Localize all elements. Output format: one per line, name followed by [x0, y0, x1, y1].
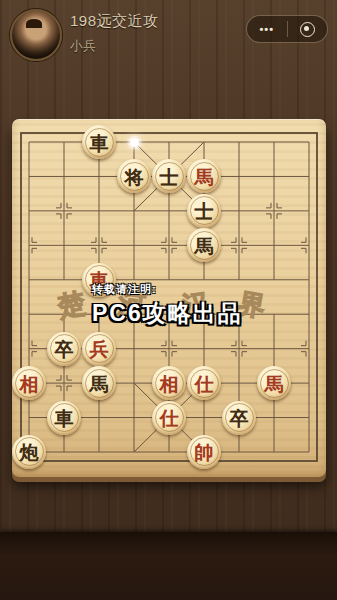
piece-char: 車 [55, 409, 74, 428]
title-block: 198远交近攻 小兵 [70, 12, 159, 55]
piece-char: 炮 [20, 443, 39, 462]
xiangqi-piece-black-将[interactable]: 将 [117, 159, 151, 193]
piece-char: 士 [160, 167, 179, 186]
last-move-marker [130, 138, 139, 147]
piece-char: 馬 [195, 236, 214, 255]
xiangqi-piece-black-車[interactable]: 車 [47, 401, 81, 435]
player-name: 小兵 [70, 37, 159, 55]
xiangqi-piece-black-士[interactable]: 士 [152, 159, 186, 193]
circle-dot-icon [300, 22, 315, 37]
watermark-note: 转载请注明: [92, 282, 243, 297]
piece-char: 馬 [90, 374, 109, 393]
xiangqi-piece-black-馬[interactable]: 馬 [82, 366, 116, 400]
xiangqi-piece-black-馬[interactable]: 馬 [187, 228, 221, 262]
xiangqi-piece-red-馬[interactable]: 馬 [257, 366, 291, 400]
xiangqi-piece-red-兵[interactable]: 兵 [82, 332, 116, 366]
xiangqi-board[interactable]: 楚河汉界 車将士馬士馬車卒兵相馬相仕馬車仕卒炮帥 转载请注明: PC6攻略出品 [12, 119, 326, 477]
xiangqi-piece-red-仕[interactable]: 仕 [152, 401, 186, 435]
xiangqi-piece-red-帥[interactable]: 帥 [187, 435, 221, 469]
piece-char: 馬 [195, 167, 214, 186]
xiangqi-piece-black-卒[interactable]: 卒 [222, 401, 256, 435]
piece-char: 兵 [90, 340, 109, 359]
xiangqi-piece-red-仕[interactable]: 仕 [187, 366, 221, 400]
piece-char: 相 [20, 374, 39, 393]
piece-char: 卒 [55, 340, 74, 359]
piece-char: 馬 [265, 374, 284, 393]
xiangqi-piece-red-馬[interactable]: 馬 [187, 159, 221, 193]
xiangqi-piece-red-相[interactable]: 相 [152, 366, 186, 400]
piece-char: 士 [195, 202, 214, 221]
close-button[interactable] [288, 22, 328, 37]
page-title: 198远交近攻 [70, 12, 159, 31]
more-button[interactable]: ••• [247, 17, 287, 41]
pc6-watermark: 转载请注明: PC6攻略出品 [92, 282, 243, 329]
piece-char: 帥 [195, 443, 214, 462]
xiangqi-piece-red-相[interactable]: 相 [12, 366, 46, 400]
piece-char: 仕 [160, 409, 179, 428]
xiangqi-piece-black-炮[interactable]: 炮 [12, 435, 46, 469]
app-window: 198远交近攻 小兵 ••• 楚河汉界 車将士馬士馬車卒兵相馬相仕馬車仕卒炮帥 … [0, 0, 337, 600]
xiangqi-piece-black-車[interactable]: 車 [82, 125, 116, 159]
avatar[interactable] [10, 9, 62, 61]
piece-char: 仕 [195, 374, 214, 393]
bottom-bar: 金 14 UCBUG游戏网 .com [0, 532, 337, 600]
piece-char: 卒 [230, 409, 249, 428]
watermark-main: PC6攻略出品 [92, 298, 243, 329]
wechat-capsule: ••• [246, 15, 328, 43]
piece-char: 将 [125, 167, 144, 186]
header: 198远交近攻 小兵 ••• [0, 0, 337, 66]
xiangqi-piece-black-卒[interactable]: 卒 [47, 332, 81, 366]
piece-char: 車 [90, 133, 109, 152]
piece-char: 相 [160, 374, 179, 393]
xiangqi-piece-black-士[interactable]: 士 [187, 194, 221, 228]
